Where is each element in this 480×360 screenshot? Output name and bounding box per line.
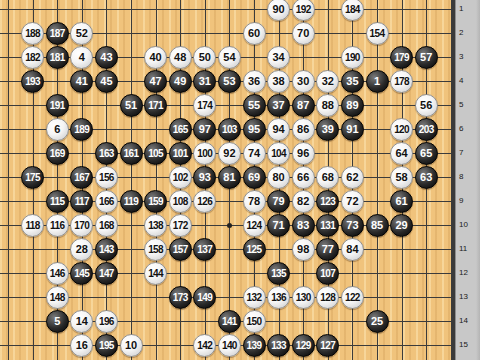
white-stone-166[interactable]: 166 [95, 190, 118, 213]
black-stone-119[interactable]: 119 [120, 190, 143, 213]
black-stone-133[interactable]: 133 [267, 334, 290, 357]
white-stone-190[interactable]: 190 [341, 46, 364, 69]
white-stone-28[interactable]: 28 [70, 238, 93, 261]
white-stone-196[interactable]: 196 [95, 310, 118, 333]
white-stone-66[interactable]: 66 [292, 166, 315, 189]
black-stone-131[interactable]: 131 [316, 214, 339, 237]
row-label-7: 7 [459, 149, 473, 157]
white-stone-174[interactable]: 174 [193, 94, 216, 117]
white-stone-80[interactable]: 80 [267, 166, 290, 189]
black-stone-163[interactable]: 163 [95, 142, 118, 165]
row-label-15: 15 [459, 341, 473, 349]
black-stone-25[interactable]: 25 [366, 310, 389, 333]
grid-hline [0, 9, 452, 10]
black-stone-39[interactable]: 39 [316, 118, 339, 141]
black-stone-147[interactable]: 147 [95, 262, 118, 285]
row-label-13: 13 [459, 293, 473, 301]
white-stone-150[interactable]: 150 [243, 310, 266, 333]
black-stone-149[interactable]: 149 [193, 286, 216, 309]
black-stone-87[interactable]: 87 [292, 94, 315, 117]
black-stone-37[interactable]: 37 [267, 94, 290, 117]
black-stone-1[interactable]: 1 [366, 70, 389, 93]
black-stone-165[interactable]: 165 [169, 118, 192, 141]
white-stone-104[interactable]: 104 [267, 142, 290, 165]
white-stone-50[interactable]: 50 [193, 46, 216, 69]
black-stone-83[interactable]: 83 [292, 214, 315, 237]
white-stone-34[interactable]: 34 [267, 46, 290, 69]
black-stone-49[interactable]: 49 [169, 70, 192, 93]
black-stone-187[interactable]: 187 [46, 22, 69, 45]
white-stone-96[interactable]: 96 [292, 142, 315, 165]
black-stone-53[interactable]: 53 [218, 70, 241, 93]
white-stone-98[interactable]: 98 [292, 238, 315, 261]
grid-hline [0, 249, 452, 250]
row-label-12: 12 [459, 269, 473, 277]
white-stone-158[interactable]: 158 [144, 238, 167, 261]
white-stone-92[interactable]: 92 [218, 142, 241, 165]
black-stone-191[interactable]: 191 [46, 94, 69, 117]
black-stone-161[interactable]: 161 [120, 142, 143, 165]
white-stone-140[interactable]: 140 [218, 334, 241, 357]
white-stone-188[interactable]: 188 [21, 22, 44, 45]
white-stone-90[interactable]: 90 [267, 0, 290, 21]
white-stone-124[interactable]: 124 [243, 214, 266, 237]
black-stone-43[interactable]: 43 [95, 46, 118, 69]
black-stone-73[interactable]: 73 [341, 214, 364, 237]
white-stone-142[interactable]: 142 [193, 334, 216, 357]
black-stone-95[interactable]: 95 [243, 118, 266, 141]
black-stone-181[interactable]: 181 [46, 46, 69, 69]
black-stone-77[interactable]: 77 [316, 238, 339, 261]
white-stone-74[interactable]: 74 [243, 142, 266, 165]
white-stone-178[interactable]: 178 [390, 70, 413, 93]
black-stone-129[interactable]: 129 [292, 334, 315, 357]
white-stone-154[interactable]: 154 [366, 22, 389, 45]
white-stone-122[interactable]: 122 [341, 286, 364, 309]
black-stone-125[interactable]: 125 [243, 238, 266, 261]
white-stone-108[interactable]: 108 [169, 190, 192, 213]
white-stone-102[interactable]: 102 [169, 166, 192, 189]
white-stone-72[interactable]: 72 [341, 190, 364, 213]
black-stone-41[interactable]: 41 [70, 70, 93, 93]
black-stone-91[interactable]: 91 [341, 118, 364, 141]
black-stone-61[interactable]: 61 [390, 190, 413, 213]
row-label-5: 5 [459, 101, 473, 109]
black-stone-71[interactable]: 71 [267, 214, 290, 237]
go-board-viewer: 9019218418818752607015418218144340485054… [0, 0, 480, 360]
white-stone-84[interactable]: 84 [341, 238, 364, 261]
white-stone-70[interactable]: 70 [292, 22, 315, 45]
white-stone-62[interactable]: 62 [341, 166, 364, 189]
white-stone-156[interactable]: 156 [95, 166, 118, 189]
black-stone-97[interactable]: 97 [193, 118, 216, 141]
row-label-11: 11 [459, 245, 473, 253]
white-stone-16[interactable]: 16 [70, 334, 93, 357]
white-stone-82[interactable]: 82 [292, 190, 315, 213]
black-stone-203[interactable]: 203 [415, 118, 438, 141]
white-stone-144[interactable]: 144 [144, 262, 167, 285]
white-stone-6[interactable]: 6 [46, 118, 69, 141]
grid-vline [131, 0, 132, 360]
black-stone-167[interactable]: 167 [70, 166, 93, 189]
white-stone-88[interactable]: 88 [316, 94, 339, 117]
black-stone-57[interactable]: 57 [415, 46, 438, 69]
black-stone-127[interactable]: 127 [316, 334, 339, 357]
white-stone-60[interactable]: 60 [243, 22, 266, 45]
white-stone-130[interactable]: 130 [292, 286, 315, 309]
white-stone-184[interactable]: 184 [341, 0, 364, 21]
black-stone-63[interactable]: 63 [415, 166, 438, 189]
black-stone-103[interactable]: 103 [218, 118, 241, 141]
black-stone-157[interactable]: 157 [169, 238, 192, 261]
white-stone-38[interactable]: 38 [267, 70, 290, 93]
white-stone-94[interactable]: 94 [267, 118, 290, 141]
white-stone-132[interactable]: 132 [243, 286, 266, 309]
white-stone-136[interactable]: 136 [267, 286, 290, 309]
row-label-9: 9 [459, 197, 473, 205]
row-label-14: 14 [459, 317, 473, 325]
black-stone-107[interactable]: 107 [316, 262, 339, 285]
row-label-1: 1 [459, 5, 473, 13]
white-stone-4[interactable]: 4 [70, 46, 93, 69]
white-stone-148[interactable]: 148 [46, 286, 69, 309]
row-coordinate-strip: 123456789101112131415 [452, 0, 480, 360]
black-stone-175[interactable]: 175 [21, 166, 44, 189]
white-stone-32[interactable]: 32 [316, 70, 339, 93]
black-stone-179[interactable]: 179 [390, 46, 413, 69]
white-stone-78[interactable]: 78 [243, 190, 266, 213]
black-stone-101[interactable]: 101 [169, 142, 192, 165]
white-stone-52[interactable]: 52 [70, 22, 93, 45]
white-stone-86[interactable]: 86 [292, 118, 315, 141]
black-stone-173[interactable]: 173 [169, 286, 192, 309]
black-stone-5[interactable]: 5 [46, 310, 69, 333]
white-stone-58[interactable]: 58 [390, 166, 413, 189]
black-stone-141[interactable]: 141 [218, 310, 241, 333]
white-stone-146[interactable]: 146 [46, 262, 69, 285]
black-stone-195[interactable]: 195 [95, 334, 118, 357]
white-stone-118[interactable]: 118 [21, 214, 44, 237]
black-stone-79[interactable]: 79 [267, 190, 290, 213]
white-stone-56[interactable]: 56 [415, 94, 438, 117]
white-stone-30[interactable]: 30 [292, 70, 315, 93]
black-stone-193[interactable]: 193 [21, 70, 44, 93]
row-label-4: 4 [459, 77, 473, 85]
star-point [227, 223, 232, 228]
black-stone-69[interactable]: 69 [243, 166, 266, 189]
black-stone-47[interactable]: 47 [144, 70, 167, 93]
row-label-8: 8 [459, 173, 473, 181]
go-board[interactable]: 9019218418818752607015418218144340485054… [0, 0, 453, 360]
white-stone-170[interactable]: 170 [70, 214, 93, 237]
grid-vline [377, 0, 378, 360]
black-stone-171[interactable]: 171 [144, 94, 167, 117]
black-stone-139[interactable]: 139 [243, 334, 266, 357]
black-stone-93[interactable]: 93 [193, 166, 216, 189]
black-stone-85[interactable]: 85 [366, 214, 389, 237]
white-stone-36[interactable]: 36 [243, 70, 266, 93]
row-label-10: 10 [459, 221, 473, 229]
white-stone-10[interactable]: 10 [120, 334, 143, 357]
black-stone-89[interactable]: 89 [341, 94, 364, 117]
black-stone-55[interactable]: 55 [243, 94, 266, 117]
white-stone-126[interactable]: 126 [193, 190, 216, 213]
black-stone-35[interactable]: 35 [341, 70, 364, 93]
white-stone-54[interactable]: 54 [218, 46, 241, 69]
white-stone-40[interactable]: 40 [144, 46, 167, 69]
white-stone-48[interactable]: 48 [169, 46, 192, 69]
white-stone-100[interactable]: 100 [193, 142, 216, 165]
black-stone-145[interactable]: 145 [70, 262, 93, 285]
white-stone-68[interactable]: 68 [316, 166, 339, 189]
black-stone-115[interactable]: 115 [46, 190, 69, 213]
black-stone-137[interactable]: 137 [193, 238, 216, 261]
black-stone-105[interactable]: 105 [144, 142, 167, 165]
black-stone-143[interactable]: 143 [95, 238, 118, 261]
row-label-2: 2 [459, 29, 473, 37]
black-stone-31[interactable]: 31 [193, 70, 216, 93]
row-label-3: 3 [459, 53, 473, 61]
white-stone-128[interactable]: 128 [316, 286, 339, 309]
black-stone-29[interactable]: 29 [390, 214, 413, 237]
black-stone-117[interactable]: 117 [70, 190, 93, 213]
white-stone-138[interactable]: 138 [144, 214, 167, 237]
white-stone-120[interactable]: 120 [390, 118, 413, 141]
white-stone-116[interactable]: 116 [46, 214, 69, 237]
white-stone-192[interactable]: 192 [292, 0, 315, 21]
white-stone-172[interactable]: 172 [169, 214, 192, 237]
row-label-6: 6 [459, 125, 473, 133]
white-stone-168[interactable]: 168 [95, 214, 118, 237]
white-stone-182[interactable]: 182 [21, 46, 44, 69]
black-stone-65[interactable]: 65 [415, 142, 438, 165]
grid-vline [8, 0, 9, 360]
black-stone-45[interactable]: 45 [95, 70, 118, 93]
white-stone-14[interactable]: 14 [70, 310, 93, 333]
black-stone-123[interactable]: 123 [316, 190, 339, 213]
black-stone-189[interactable]: 189 [70, 118, 93, 141]
black-stone-81[interactable]: 81 [218, 166, 241, 189]
black-stone-159[interactable]: 159 [144, 190, 167, 213]
white-stone-64[interactable]: 64 [390, 142, 413, 165]
black-stone-169[interactable]: 169 [46, 142, 69, 165]
black-stone-51[interactable]: 51 [120, 94, 143, 117]
black-stone-135[interactable]: 135 [267, 262, 290, 285]
